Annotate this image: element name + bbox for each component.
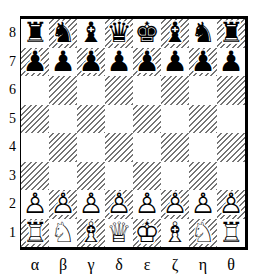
white-pawn[interactable]: ♟♙ bbox=[105, 190, 133, 219]
black-pawn[interactable]: ♟ bbox=[217, 48, 245, 77]
square-d2[interactable]: ♟♙ bbox=[105, 190, 133, 219]
square-c8[interactable]: ♝ bbox=[77, 19, 105, 48]
white-piece-outline: ♙ bbox=[189, 190, 217, 219]
white-piece-outline: ♔ bbox=[133, 219, 161, 248]
square-g5[interactable] bbox=[189, 105, 217, 134]
square-h7[interactable]: ♟ bbox=[217, 48, 245, 77]
file-label-d: δ bbox=[105, 253, 133, 277]
rank-label-5: 5 bbox=[0, 105, 19, 134]
chess-diagram: 87654321 ♜♞♝♛♚♝♞♜♟♟♟♟♟♟♟♟♟♙♟♙♟♙♟♙♟♙♟♙♟♙♟… bbox=[0, 0, 253, 279]
rank-label-8: 8 bbox=[0, 19, 19, 48]
square-h2[interactable]: ♟♙ bbox=[217, 190, 245, 219]
square-f5[interactable] bbox=[161, 105, 189, 134]
white-pawn[interactable]: ♟♙ bbox=[49, 190, 77, 219]
square-e8[interactable]: ♚ bbox=[133, 19, 161, 48]
rank-label-1: 1 bbox=[0, 219, 19, 248]
white-piece-outline: ♖ bbox=[21, 219, 49, 248]
square-b6[interactable] bbox=[49, 76, 77, 105]
black-knight[interactable]: ♞ bbox=[49, 19, 77, 48]
rank-labels: 87654321 bbox=[0, 19, 19, 247]
square-h4[interactable] bbox=[217, 133, 245, 162]
file-label-g: η bbox=[189, 253, 217, 277]
black-rook[interactable]: ♜ bbox=[21, 19, 49, 48]
white-piece-outline: ♙ bbox=[49, 190, 77, 219]
square-d1[interactable]: ♛♕ bbox=[105, 219, 133, 248]
white-piece-outline: ♖ bbox=[217, 219, 245, 248]
black-bishop[interactable]: ♝ bbox=[161, 19, 189, 48]
black-king[interactable]: ♚ bbox=[133, 19, 161, 48]
square-a4[interactable] bbox=[21, 133, 49, 162]
rank-label-7: 7 bbox=[0, 48, 19, 77]
rank-label-6: 6 bbox=[0, 76, 19, 105]
white-piece-outline: ♙ bbox=[217, 190, 245, 219]
white-piece-outline: ♗ bbox=[77, 219, 105, 248]
square-a2[interactable]: ♟♙ bbox=[21, 190, 49, 219]
square-f2[interactable]: ♟♙ bbox=[161, 190, 189, 219]
white-pawn[interactable]: ♟♙ bbox=[133, 190, 161, 219]
square-g7[interactable]: ♟ bbox=[189, 48, 217, 77]
white-bishop[interactable]: ♝♗ bbox=[161, 219, 189, 248]
white-pawn[interactable]: ♟♙ bbox=[161, 190, 189, 219]
black-pawn[interactable]: ♟ bbox=[21, 48, 49, 77]
square-b8[interactable]: ♞ bbox=[49, 19, 77, 48]
square-b2[interactable]: ♟♙ bbox=[49, 190, 77, 219]
square-b4[interactable] bbox=[49, 133, 77, 162]
square-c4[interactable] bbox=[77, 133, 105, 162]
white-piece-outline: ♙ bbox=[133, 190, 161, 219]
square-e7[interactable]: ♟ bbox=[133, 48, 161, 77]
white-piece-outline: ♕ bbox=[105, 219, 133, 248]
square-a8[interactable]: ♜ bbox=[21, 19, 49, 48]
black-pawn[interactable]: ♟ bbox=[49, 48, 77, 77]
file-label-b: β bbox=[49, 253, 77, 277]
square-c2[interactable]: ♟♙ bbox=[77, 190, 105, 219]
square-d4[interactable] bbox=[105, 133, 133, 162]
square-c1[interactable]: ♝♗ bbox=[77, 219, 105, 248]
square-h1[interactable]: ♜♖ bbox=[217, 219, 245, 248]
square-d7[interactable]: ♟ bbox=[105, 48, 133, 77]
rank-label-3: 3 bbox=[0, 162, 19, 191]
white-piece-outline: ♘ bbox=[49, 219, 77, 248]
square-e1[interactable]: ♚♔ bbox=[133, 219, 161, 248]
square-a7[interactable]: ♟ bbox=[21, 48, 49, 77]
black-pawn[interactable]: ♟ bbox=[77, 48, 105, 77]
black-pawn[interactable]: ♟ bbox=[161, 48, 189, 77]
chessboard[interactable]: ♜♞♝♛♚♝♞♜♟♟♟♟♟♟♟♟♟♙♟♙♟♙♟♙♟♙♟♙♟♙♟♙♜♖♞♘♝♗♛♕… bbox=[20, 16, 248, 250]
square-g6[interactable] bbox=[189, 76, 217, 105]
square-c3[interactable] bbox=[77, 162, 105, 191]
square-c7[interactable]: ♟ bbox=[77, 48, 105, 77]
square-e4[interactable] bbox=[133, 133, 161, 162]
white-pawn[interactable]: ♟♙ bbox=[217, 190, 245, 219]
white-bishop[interactable]: ♝♗ bbox=[77, 219, 105, 248]
square-g4[interactable] bbox=[189, 133, 217, 162]
square-b3[interactable] bbox=[49, 162, 77, 191]
square-e5[interactable] bbox=[133, 105, 161, 134]
square-d8[interactable]: ♛ bbox=[105, 19, 133, 48]
square-a5[interactable] bbox=[21, 105, 49, 134]
white-piece-outline: ♗ bbox=[161, 219, 189, 248]
file-label-c: γ bbox=[77, 253, 105, 277]
square-e3[interactable] bbox=[133, 162, 161, 191]
square-h6[interactable] bbox=[217, 76, 245, 105]
square-h3[interactable] bbox=[217, 162, 245, 191]
rank-label-4: 4 bbox=[0, 133, 19, 162]
white-rook[interactable]: ♜♖ bbox=[217, 219, 245, 248]
white-piece-outline: ♙ bbox=[161, 190, 189, 219]
black-queen[interactable]: ♛ bbox=[105, 19, 133, 48]
white-pawn[interactable]: ♟♙ bbox=[189, 190, 217, 219]
square-f3[interactable] bbox=[161, 162, 189, 191]
square-f7[interactable]: ♟ bbox=[161, 48, 189, 77]
white-queen[interactable]: ♛♕ bbox=[105, 219, 133, 248]
square-h5[interactable] bbox=[217, 105, 245, 134]
square-h8[interactable]: ♜ bbox=[217, 19, 245, 48]
square-a6[interactable] bbox=[21, 76, 49, 105]
square-g2[interactable]: ♟♙ bbox=[189, 190, 217, 219]
square-b7[interactable]: ♟ bbox=[49, 48, 77, 77]
square-a1[interactable]: ♜♖ bbox=[21, 219, 49, 248]
square-a3[interactable] bbox=[21, 162, 49, 191]
rank-label-2: 2 bbox=[0, 190, 19, 219]
square-c5[interactable] bbox=[77, 105, 105, 134]
black-bishop[interactable]: ♝ bbox=[77, 19, 105, 48]
square-d6[interactable] bbox=[105, 76, 133, 105]
square-d5[interactable] bbox=[105, 105, 133, 134]
square-f4[interactable] bbox=[161, 133, 189, 162]
square-g8[interactable]: ♞ bbox=[189, 19, 217, 48]
black-rook[interactable]: ♜ bbox=[217, 19, 245, 48]
square-b5[interactable] bbox=[49, 105, 77, 134]
square-f8[interactable]: ♝ bbox=[161, 19, 189, 48]
square-f1[interactable]: ♝♗ bbox=[161, 219, 189, 248]
white-pawn[interactable]: ♟♙ bbox=[21, 190, 49, 219]
white-piece-outline: ♙ bbox=[105, 190, 133, 219]
white-king[interactable]: ♚♔ bbox=[133, 219, 161, 248]
square-d3[interactable] bbox=[105, 162, 133, 191]
black-pawn[interactable]: ♟ bbox=[133, 48, 161, 77]
square-e6[interactable] bbox=[133, 76, 161, 105]
black-knight[interactable]: ♞ bbox=[189, 19, 217, 48]
square-c6[interactable] bbox=[77, 76, 105, 105]
white-piece-outline: ♙ bbox=[77, 190, 105, 219]
file-label-a: α bbox=[21, 253, 49, 277]
black-pawn[interactable]: ♟ bbox=[105, 48, 133, 77]
file-label-h: θ bbox=[217, 253, 245, 277]
file-labels: αβγδεζηθ bbox=[21, 253, 245, 277]
white-pawn[interactable]: ♟♙ bbox=[77, 190, 105, 219]
square-g1[interactable]: ♞♘ bbox=[189, 219, 217, 248]
white-piece-outline: ♘ bbox=[189, 219, 217, 248]
square-g3[interactable] bbox=[189, 162, 217, 191]
white-knight[interactable]: ♞♘ bbox=[189, 219, 217, 248]
white-piece-outline: ♙ bbox=[21, 190, 49, 219]
square-e2[interactable]: ♟♙ bbox=[133, 190, 161, 219]
white-rook[interactable]: ♜♖ bbox=[21, 219, 49, 248]
white-knight[interactable]: ♞♘ bbox=[49, 219, 77, 248]
square-b1[interactable]: ♞♘ bbox=[49, 219, 77, 248]
black-pawn[interactable]: ♟ bbox=[189, 48, 217, 77]
file-label-e: ε bbox=[133, 253, 161, 277]
file-label-f: ζ bbox=[161, 253, 189, 277]
square-f6[interactable] bbox=[161, 76, 189, 105]
